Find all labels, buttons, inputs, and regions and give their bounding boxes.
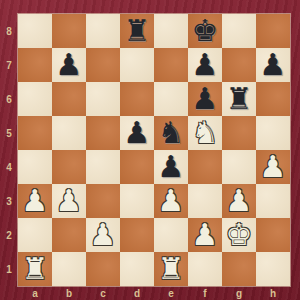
square-b3[interactable]: ♟ <box>52 184 86 218</box>
square-c1[interactable] <box>86 252 120 286</box>
rank-label-8: 8 <box>0 14 18 48</box>
square-d8[interactable]: ♜ <box>120 14 154 48</box>
square-b4[interactable] <box>52 150 86 184</box>
square-a7[interactable] <box>18 48 52 82</box>
chess-board: ♜♚♟♟♟♟♜♟♞♞♟♟♟♟♟♟♟♟♚♜♜ <box>18 14 290 286</box>
square-d2[interactable] <box>120 218 154 252</box>
square-f5[interactable]: ♞ <box>188 116 222 150</box>
square-g4[interactable] <box>222 150 256 184</box>
square-g2[interactable]: ♚ <box>222 218 256 252</box>
piece-black-pawn-h7[interactable]: ♟ <box>260 48 287 82</box>
square-a8[interactable] <box>18 14 52 48</box>
square-d4[interactable] <box>120 150 154 184</box>
square-a1[interactable]: ♜ <box>18 252 52 286</box>
square-h6[interactable] <box>256 82 290 116</box>
square-e1[interactable]: ♜ <box>154 252 188 286</box>
piece-black-king-f8[interactable]: ♚ <box>192 14 219 48</box>
square-g8[interactable] <box>222 14 256 48</box>
piece-black-pawn-e4[interactable]: ♟ <box>158 150 185 184</box>
square-e4[interactable]: ♟ <box>154 150 188 184</box>
square-b8[interactable] <box>52 14 86 48</box>
square-g7[interactable] <box>222 48 256 82</box>
square-c7[interactable] <box>86 48 120 82</box>
square-c4[interactable] <box>86 150 120 184</box>
rank-label-7: 7 <box>0 48 18 82</box>
square-f6[interactable]: ♟ <box>188 82 222 116</box>
chess-board-frame: 87654321 ♜♚♟♟♟♟♜♟♞♞♟♟♟♟♟♟♟♟♚♜♜ abcdefgh <box>0 0 300 300</box>
square-a4[interactable] <box>18 150 52 184</box>
square-a2[interactable] <box>18 218 52 252</box>
square-b7[interactable]: ♟ <box>52 48 86 82</box>
square-c3[interactable] <box>86 184 120 218</box>
square-d6[interactable] <box>120 82 154 116</box>
rank-label-4: 4 <box>0 150 18 184</box>
square-f1[interactable] <box>188 252 222 286</box>
piece-white-king-g2[interactable]: ♚ <box>226 218 253 252</box>
square-c6[interactable] <box>86 82 120 116</box>
file-label-c: c <box>86 286 120 300</box>
square-d5[interactable]: ♟ <box>120 116 154 150</box>
square-f4[interactable] <box>188 150 222 184</box>
rank-label-2: 2 <box>0 218 18 252</box>
square-e6[interactable] <box>154 82 188 116</box>
square-a6[interactable] <box>18 82 52 116</box>
piece-white-rook-a1[interactable]: ♜ <box>22 252 49 286</box>
piece-white-pawn-b3[interactable]: ♟ <box>56 184 83 218</box>
piece-black-pawn-d5[interactable]: ♟ <box>124 116 151 150</box>
piece-white-knight-f5[interactable]: ♞ <box>192 116 219 150</box>
square-c2[interactable]: ♟ <box>86 218 120 252</box>
piece-white-pawn-a3[interactable]: ♟ <box>22 184 49 218</box>
square-g5[interactable] <box>222 116 256 150</box>
square-h5[interactable] <box>256 116 290 150</box>
file-labels: abcdefgh <box>18 286 290 300</box>
square-a5[interactable] <box>18 116 52 150</box>
piece-black-pawn-b7[interactable]: ♟ <box>56 48 83 82</box>
piece-white-pawn-e3[interactable]: ♟ <box>158 184 185 218</box>
square-h2[interactable] <box>256 218 290 252</box>
rank-label-3: 3 <box>0 184 18 218</box>
square-e3[interactable]: ♟ <box>154 184 188 218</box>
rank-label-6: 6 <box>0 82 18 116</box>
piece-black-pawn-f7[interactable]: ♟ <box>192 48 219 82</box>
square-e2[interactable] <box>154 218 188 252</box>
square-f2[interactable]: ♟ <box>188 218 222 252</box>
square-b2[interactable] <box>52 218 86 252</box>
rank-label-5: 5 <box>0 116 18 150</box>
piece-white-pawn-c2[interactable]: ♟ <box>90 218 117 252</box>
square-c8[interactable] <box>86 14 120 48</box>
square-h1[interactable] <box>256 252 290 286</box>
square-c5[interactable] <box>86 116 120 150</box>
square-e7[interactable] <box>154 48 188 82</box>
piece-black-knight-e5[interactable]: ♞ <box>158 116 185 150</box>
rank-labels: 87654321 <box>0 14 18 286</box>
piece-white-pawn-f2[interactable]: ♟ <box>192 218 219 252</box>
file-label-e: e <box>154 286 188 300</box>
file-label-a: a <box>18 286 52 300</box>
square-a3[interactable]: ♟ <box>18 184 52 218</box>
piece-black-pawn-f6[interactable]: ♟ <box>192 82 219 116</box>
square-d1[interactable] <box>120 252 154 286</box>
file-label-h: h <box>256 286 290 300</box>
square-f3[interactable] <box>188 184 222 218</box>
square-e8[interactable] <box>154 14 188 48</box>
square-d7[interactable] <box>120 48 154 82</box>
square-h3[interactable] <box>256 184 290 218</box>
square-h7[interactable]: ♟ <box>256 48 290 82</box>
file-label-b: b <box>52 286 86 300</box>
piece-white-pawn-g3[interactable]: ♟ <box>226 184 253 218</box>
rank-label-1: 1 <box>0 252 18 286</box>
square-b1[interactable] <box>52 252 86 286</box>
square-b5[interactable] <box>52 116 86 150</box>
square-f7[interactable]: ♟ <box>188 48 222 82</box>
square-d3[interactable] <box>120 184 154 218</box>
piece-black-rook-g6[interactable]: ♜ <box>226 82 253 116</box>
file-label-f: f <box>188 286 222 300</box>
square-g1[interactable] <box>222 252 256 286</box>
square-f8[interactable]: ♚ <box>188 14 222 48</box>
square-e5[interactable]: ♞ <box>154 116 188 150</box>
square-g6[interactable]: ♜ <box>222 82 256 116</box>
square-g3[interactable]: ♟ <box>222 184 256 218</box>
square-b6[interactable] <box>52 82 86 116</box>
file-label-d: d <box>120 286 154 300</box>
file-label-g: g <box>222 286 256 300</box>
square-h4[interactable]: ♟ <box>256 150 290 184</box>
piece-white-pawn-h4[interactable]: ♟ <box>260 150 287 184</box>
piece-black-rook-d8[interactable]: ♜ <box>124 14 151 48</box>
square-h8[interactable] <box>256 14 290 48</box>
piece-white-rook-e1[interactable]: ♜ <box>158 252 185 286</box>
